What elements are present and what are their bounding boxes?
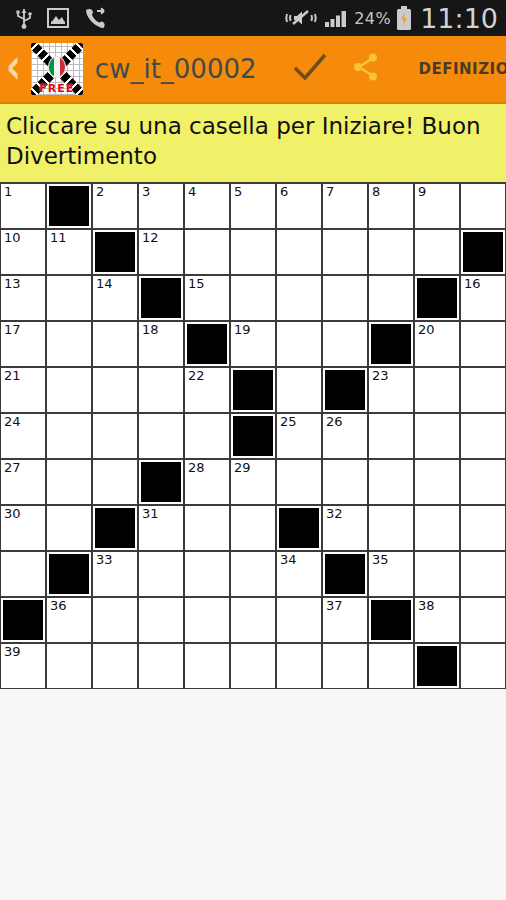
grid-cell[interactable]: [276, 459, 322, 505]
grid-cell[interactable]: [414, 551, 460, 597]
grid-cell[interactable]: 3: [138, 183, 184, 229]
grid-cell[interactable]: 28: [184, 459, 230, 505]
black-cell: [322, 367, 368, 413]
clue-number: 23: [372, 369, 389, 383]
grid-cell[interactable]: 27: [0, 459, 46, 505]
grid-cell[interactable]: 11: [46, 229, 92, 275]
grid-cell[interactable]: [322, 275, 368, 321]
clue-number: 31: [142, 507, 159, 521]
grid-cell[interactable]: [230, 505, 276, 551]
grid-cell[interactable]: [460, 643, 506, 689]
grid-cell[interactable]: 18: [138, 321, 184, 367]
grid-cell[interactable]: [138, 551, 184, 597]
grid-cell[interactable]: 20: [414, 321, 460, 367]
grid-cell[interactable]: [92, 413, 138, 459]
grid-cell[interactable]: 17: [0, 321, 46, 367]
clue-number: 18: [142, 323, 159, 337]
grid-cell[interactable]: [138, 367, 184, 413]
grid-cell[interactable]: 4: [184, 183, 230, 229]
grid-cell[interactable]: [368, 643, 414, 689]
clue-number: 17: [4, 323, 21, 337]
black-cell: [230, 413, 276, 459]
clue-number: 2: [96, 185, 104, 199]
grid-cell[interactable]: 39: [0, 643, 46, 689]
grid-cell[interactable]: 2: [92, 183, 138, 229]
grid-cell[interactable]: [276, 321, 322, 367]
grid-cell[interactable]: 26: [322, 413, 368, 459]
black-cell: [138, 459, 184, 505]
grid-cell[interactable]: [184, 597, 230, 643]
black-cell: [92, 505, 138, 551]
grid-cell[interactable]: [138, 413, 184, 459]
back-button[interactable]: ‹: [2, 24, 25, 114]
grid-cell[interactable]: 13: [0, 275, 46, 321]
clue-number: 38: [418, 599, 435, 613]
clue-number: 12: [142, 231, 159, 245]
black-cell: [368, 321, 414, 367]
black-cell: [0, 597, 46, 643]
grid-cell[interactable]: [322, 229, 368, 275]
clue-number: 16: [464, 277, 481, 291]
grid-cell[interactable]: [184, 413, 230, 459]
grid-cell[interactable]: [276, 597, 322, 643]
grid-cell[interactable]: [368, 413, 414, 459]
grid-cell[interactable]: [460, 367, 506, 413]
clue-number: 19: [234, 323, 251, 337]
grid-cell[interactable]: [414, 413, 460, 459]
grid-cell[interactable]: [276, 367, 322, 413]
grid-cell[interactable]: [138, 643, 184, 689]
clue-number: 7: [326, 185, 334, 199]
grid-cell[interactable]: [322, 459, 368, 505]
grid-cell[interactable]: [460, 183, 506, 229]
grid-cell[interactable]: 31: [138, 505, 184, 551]
grid-cell[interactable]: [414, 505, 460, 551]
grid-cell[interactable]: [92, 597, 138, 643]
grid-cell[interactable]: [46, 459, 92, 505]
grid-cell[interactable]: [46, 413, 92, 459]
black-cell: [92, 229, 138, 275]
clue-number: 13: [4, 277, 21, 291]
grid-cell[interactable]: 24: [0, 413, 46, 459]
clue-number: 14: [96, 277, 113, 291]
grid-cell[interactable]: [460, 459, 506, 505]
grid-cell[interactable]: 14: [92, 275, 138, 321]
grid-cell[interactable]: [46, 367, 92, 413]
call-icon: [82, 6, 108, 30]
black-cell: [460, 229, 506, 275]
grid-cell[interactable]: 7: [322, 183, 368, 229]
clue-number: 30: [4, 507, 21, 521]
grid-cell[interactable]: [276, 643, 322, 689]
grid-cell[interactable]: 6: [276, 183, 322, 229]
black-cell: [46, 551, 92, 597]
page-title: cw_it_00002: [95, 54, 257, 84]
clue-number: 29: [234, 461, 251, 475]
grid-cell[interactable]: [92, 367, 138, 413]
grid-cell[interactable]: [414, 367, 460, 413]
instruction-banner: Cliccare su una casella per Iniziare! Bu…: [0, 104, 506, 182]
clue-number: 33: [96, 553, 113, 567]
grid-cell[interactable]: [368, 505, 414, 551]
share-icon[interactable]: [337, 45, 395, 93]
grid-cell[interactable]: [460, 413, 506, 459]
grid-cell[interactable]: 15: [184, 275, 230, 321]
italian-flag-icon: [48, 56, 66, 78]
grid-cell[interactable]: [46, 643, 92, 689]
grid-cell[interactable]: [92, 459, 138, 505]
clue-number: 10: [4, 231, 21, 245]
black-cell: [138, 275, 184, 321]
grid-cell[interactable]: [230, 229, 276, 275]
clue-number: 9: [418, 185, 426, 199]
clue-number: 27: [4, 461, 21, 475]
clue-number: 35: [372, 553, 389, 567]
crossword-grid: 1234567891011121314151617181920212223242…: [0, 182, 506, 689]
grid-cell[interactable]: [230, 597, 276, 643]
grid-cell[interactable]: 12: [138, 229, 184, 275]
grid-cell[interactable]: 34: [276, 551, 322, 597]
clue-number: 39: [4, 645, 21, 659]
clue-number: 15: [188, 277, 205, 291]
grid-cell[interactable]: [46, 321, 92, 367]
grid-cell[interactable]: 9: [414, 183, 460, 229]
grid-cell[interactable]: [230, 275, 276, 321]
grid-cell[interactable]: 21: [0, 367, 46, 413]
grid-cell[interactable]: [460, 551, 506, 597]
grid-cell[interactable]: [138, 597, 184, 643]
black-cell: [414, 643, 460, 689]
clue-number: 5: [234, 185, 242, 199]
app-toolbar: ‹ FREE cw_it_00002 DEFINIZIONI: [0, 36, 506, 104]
clue-number: 22: [188, 369, 205, 383]
black-cell: [276, 505, 322, 551]
app-logo-icon[interactable]: FREE: [31, 43, 83, 95]
grid-cell[interactable]: [460, 597, 506, 643]
grid-cell[interactable]: [46, 505, 92, 551]
clue-number: 8: [372, 185, 380, 199]
battery-charging-icon: [396, 5, 412, 31]
grid-cell[interactable]: [322, 321, 368, 367]
grid-cell[interactable]: [276, 275, 322, 321]
grid-cell[interactable]: [368, 459, 414, 505]
signal-bars-icon: [323, 6, 349, 30]
grid-cell[interactable]: 38: [414, 597, 460, 643]
black-cell: [322, 551, 368, 597]
grid-cell[interactable]: 35: [368, 551, 414, 597]
image-icon: [46, 6, 70, 30]
clue-number: 25: [280, 415, 297, 429]
clue-number: 34: [280, 553, 297, 567]
grid-cell[interactable]: [184, 229, 230, 275]
grid-cell[interactable]: [368, 275, 414, 321]
grid-cell[interactable]: [184, 505, 230, 551]
clue-number: 24: [4, 415, 21, 429]
clue-number: 21: [4, 369, 21, 383]
grid-cell[interactable]: 5: [230, 183, 276, 229]
definitions-button[interactable]: DEFINIZIONI: [411, 50, 506, 88]
grid-cell[interactable]: [368, 229, 414, 275]
grid-cell[interactable]: [322, 643, 368, 689]
grid-cell[interactable]: [184, 551, 230, 597]
grid-cell[interactable]: 16: [460, 275, 506, 321]
clue-number: 6: [280, 185, 288, 199]
grid-cell[interactable]: [414, 229, 460, 275]
grid-cell[interactable]: 8: [368, 183, 414, 229]
grid-cell[interactable]: [92, 321, 138, 367]
grid-cell[interactable]: [92, 643, 138, 689]
clue-number: 26: [326, 415, 343, 429]
grid-cell[interactable]: [414, 459, 460, 505]
clue-number: 1: [4, 185, 12, 199]
grid-cell[interactable]: [184, 643, 230, 689]
grid-cell[interactable]: 33: [92, 551, 138, 597]
grid-cell[interactable]: [0, 551, 46, 597]
grid-cell[interactable]: 37: [322, 597, 368, 643]
grid-cell[interactable]: 25: [276, 413, 322, 459]
check-icon[interactable]: [281, 44, 337, 94]
clue-number: 3: [142, 185, 150, 199]
black-cell: [46, 183, 92, 229]
grid-cell[interactable]: [276, 229, 322, 275]
grid-cell[interactable]: [46, 275, 92, 321]
black-cell: [184, 321, 230, 367]
grid-cell[interactable]: 36: [46, 597, 92, 643]
clock-time: 11:10: [420, 3, 498, 34]
clue-number: 20: [418, 323, 435, 337]
clue-number: 36: [50, 599, 67, 613]
battery-percent: 24%: [354, 9, 391, 28]
grid-cell[interactable]: [230, 643, 276, 689]
grid-cell[interactable]: 19: [230, 321, 276, 367]
clue-number: 37: [326, 599, 343, 613]
clue-number: 11: [50, 231, 67, 245]
grid-cell[interactable]: 30: [0, 505, 46, 551]
grid-cell[interactable]: 32: [322, 505, 368, 551]
clue-number: 4: [188, 185, 196, 199]
black-cell: [230, 367, 276, 413]
grid-cell[interactable]: [230, 551, 276, 597]
clue-number: 32: [326, 507, 343, 521]
app-logo-free-label: FREE: [31, 82, 83, 95]
vibrate-mute-icon: [284, 6, 318, 30]
black-cell: [414, 275, 460, 321]
clue-number: 28: [188, 461, 205, 475]
grid-cell[interactable]: [460, 321, 506, 367]
grid-cell[interactable]: 23: [368, 367, 414, 413]
grid-cell[interactable]: 22: [184, 367, 230, 413]
grid-cell[interactable]: [460, 505, 506, 551]
black-cell: [368, 597, 414, 643]
grid-cell[interactable]: 29: [230, 459, 276, 505]
grid-cell[interactable]: 10: [0, 229, 46, 275]
status-bar: 24% 11:10: [0, 0, 506, 36]
grid-cell[interactable]: 1: [0, 183, 46, 229]
